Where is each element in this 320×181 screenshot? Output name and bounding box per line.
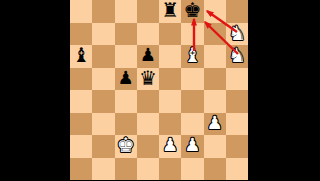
white-pawn: ♟ (162, 136, 178, 154)
square-f6: ♝ (181, 45, 203, 68)
square-g8 (204, 0, 226, 23)
square-b6 (92, 45, 114, 68)
square-h1 (226, 158, 248, 181)
white-pawn: ♟ (207, 114, 223, 132)
square-c6 (115, 45, 137, 68)
white-pawn: ♟ (184, 136, 200, 154)
square-e3 (159, 113, 181, 136)
square-c8 (115, 0, 137, 23)
black-king: ♚ (183, 0, 201, 20)
square-f4 (181, 90, 203, 113)
white-king: ♚ (117, 135, 135, 155)
square-b7 (92, 23, 114, 46)
square-c5: ♟ (115, 68, 137, 91)
square-a3 (70, 113, 92, 136)
square-e1 (159, 158, 181, 181)
black-pawn: ♟ (140, 46, 156, 64)
square-a2 (70, 135, 92, 158)
square-c7 (115, 23, 137, 46)
black-rook: ♜ (161, 0, 179, 20)
white-bishop: ♝ (183, 45, 201, 65)
square-e7 (159, 23, 181, 46)
square-g1 (204, 158, 226, 181)
black-queen: ♛ (139, 68, 157, 88)
square-h7: ♞ (226, 23, 248, 46)
square-d2 (137, 135, 159, 158)
square-d6: ♟ (137, 45, 159, 68)
square-b2 (92, 135, 114, 158)
square-a5 (70, 68, 92, 91)
white-knight: ♞ (228, 45, 246, 65)
square-d3 (137, 113, 159, 136)
square-h5 (226, 68, 248, 91)
square-a8 (70, 0, 92, 23)
square-d1 (137, 158, 159, 181)
square-c3 (115, 113, 137, 136)
square-g5 (204, 68, 226, 91)
square-c2: ♚ (115, 135, 137, 158)
square-f2: ♟ (181, 135, 203, 158)
square-h2 (226, 135, 248, 158)
square-b5 (92, 68, 114, 91)
square-d5: ♛ (137, 68, 159, 91)
square-g2 (204, 135, 226, 158)
square-f5 (181, 68, 203, 91)
square-f1 (181, 158, 203, 181)
square-g6 (204, 45, 226, 68)
square-b8 (92, 0, 114, 23)
square-h4 (226, 90, 248, 113)
square-b3 (92, 113, 114, 136)
square-f8: ♚ (181, 0, 203, 23)
square-f7 (181, 23, 203, 46)
square-d7 (137, 23, 159, 46)
square-a7 (70, 23, 92, 46)
square-f3 (181, 113, 203, 136)
square-a1 (70, 158, 92, 181)
black-bishop: ♝ (72, 45, 90, 65)
black-pawn: ♟ (118, 69, 134, 87)
square-e4 (159, 90, 181, 113)
square-b4 (92, 90, 114, 113)
square-e2: ♟ (159, 135, 181, 158)
square-h3 (226, 113, 248, 136)
square-e5 (159, 68, 181, 91)
square-h6: ♞ (226, 45, 248, 68)
square-h8 (226, 0, 248, 23)
square-c1 (115, 158, 137, 181)
square-c4 (115, 90, 137, 113)
video-frame: ♜♚♞♝♟♝♞♟♛♟♚♟♟ (0, 0, 320, 180)
chessboard: ♜♚♞♝♟♝♞♟♛♟♚♟♟ (70, 0, 248, 180)
square-e8: ♜ (159, 0, 181, 23)
square-b1 (92, 158, 114, 181)
square-g4 (204, 90, 226, 113)
square-g3: ♟ (204, 113, 226, 136)
white-knight: ♞ (228, 23, 246, 43)
square-d4 (137, 90, 159, 113)
square-g7 (204, 23, 226, 46)
square-e6 (159, 45, 181, 68)
square-a6: ♝ (70, 45, 92, 68)
square-d8 (137, 0, 159, 23)
square-a4 (70, 90, 92, 113)
